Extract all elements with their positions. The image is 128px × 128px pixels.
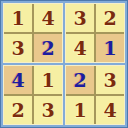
sudoku-box-bottom-left: 4 1 2 3 [3,65,63,125]
sudoku-box-bottom-right: 2 3 1 4 [65,65,125,125]
sudoku-cell-r3c2[interactable]: 1 [34,66,62,94]
sudoku-cell-r3c3[interactable]: 2 [66,66,94,94]
sudoku-cell-r2c2[interactable]: 2 [34,34,62,62]
sudoku-cell-r3c4[interactable]: 3 [96,66,124,94]
sudoku-cell-r2c1[interactable]: 3 [4,34,32,62]
sudoku-cell-r4c3[interactable]: 1 [66,96,94,124]
sudoku-cell-r3c1[interactable]: 4 [4,66,32,94]
sudoku-cell-r2c3[interactable]: 4 [66,34,94,62]
sudoku-cell-r4c1[interactable]: 2 [4,96,32,124]
sudoku-cell-r2c4[interactable]: 1 [96,34,124,62]
sudoku-cell-r1c4[interactable]: 2 [96,4,124,32]
sudoku-box-top-left: 1 4 3 2 [3,3,63,63]
sudoku-cell-r1c2[interactable]: 4 [34,4,62,32]
sudoku-cell-r1c1[interactable]: 1 [4,4,32,32]
sudoku-cell-r1c3[interactable]: 3 [66,4,94,32]
sudoku-cell-r4c2[interactable]: 3 [34,96,62,124]
sudoku-box-top-right: 3 2 4 1 [65,3,125,63]
sudoku-cell-r4c4[interactable]: 4 [96,96,124,124]
sudoku-board: 1 4 3 2 3 2 4 1 4 1 2 3 2 3 1 4 [0,0,128,128]
